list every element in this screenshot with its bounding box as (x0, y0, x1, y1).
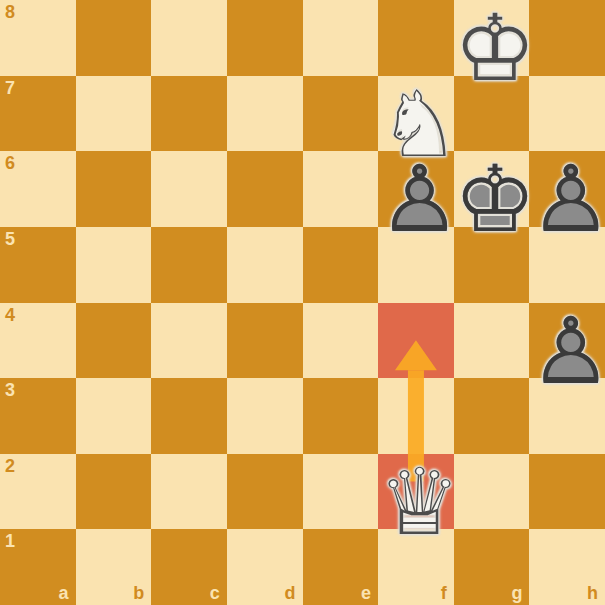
file-label-c: c (210, 584, 220, 602)
square-b4[interactable] (76, 303, 152, 379)
square-g6[interactable]: ♚♔ (454, 151, 530, 227)
square-a3[interactable]: 3 (0, 378, 76, 454)
square-a8[interactable]: 8 (0, 0, 76, 76)
square-b1[interactable]: b (76, 529, 152, 605)
square-d3[interactable] (227, 378, 303, 454)
square-g8[interactable]: ♚♔ (454, 0, 530, 76)
square-c8[interactable] (151, 0, 227, 76)
square-g7[interactable] (454, 76, 530, 152)
square-h7[interactable] (529, 76, 605, 152)
square-a6[interactable]: 6 (0, 151, 76, 227)
board-squares: 8♚♔7♞♘6♟♙♚♔♟♙54♟♙32♛♕1abcdefgh (0, 0, 605, 605)
piece-white-queen-f2[interactable]: ♛♕ (378, 454, 454, 530)
square-f6[interactable]: ♟♙ (378, 151, 454, 227)
square-e6[interactable] (303, 151, 379, 227)
piece-white-knight-f7[interactable]: ♞♘ (378, 76, 454, 152)
square-d5[interactable] (227, 227, 303, 303)
square-e1[interactable]: e (303, 529, 379, 605)
square-f5[interactable] (378, 227, 454, 303)
square-b3[interactable] (76, 378, 152, 454)
square-h2[interactable] (529, 454, 605, 530)
square-g1[interactable]: g (454, 529, 530, 605)
square-c3[interactable] (151, 378, 227, 454)
square-d4[interactable] (227, 303, 303, 379)
square-a2[interactable]: 2 (0, 454, 76, 530)
square-e5[interactable] (303, 227, 379, 303)
square-c4[interactable] (151, 303, 227, 379)
square-b6[interactable] (76, 151, 152, 227)
rank-label-8: 8 (5, 3, 15, 21)
square-d1[interactable]: d (227, 529, 303, 605)
rank-label-7: 7 (5, 79, 15, 97)
square-e4[interactable] (303, 303, 379, 379)
square-d7[interactable] (227, 76, 303, 152)
rank-label-4: 4 (5, 306, 15, 324)
piece-black-pawn-f6[interactable]: ♟♙ (378, 151, 454, 227)
square-f1[interactable]: f (378, 529, 454, 605)
square-b2[interactable] (76, 454, 152, 530)
square-b7[interactable] (76, 76, 152, 152)
rank-label-1: 1 (5, 532, 15, 550)
file-label-f: f (441, 584, 447, 602)
piece-black-king-g6[interactable]: ♚♔ (454, 151, 530, 227)
rank-label-3: 3 (5, 381, 15, 399)
file-label-g: g (511, 584, 522, 602)
square-a5[interactable]: 5 (0, 227, 76, 303)
file-label-e: e (361, 584, 371, 602)
square-f7[interactable]: ♞♘ (378, 76, 454, 152)
file-label-h: h (587, 584, 598, 602)
square-g2[interactable] (454, 454, 530, 530)
chess-board: 8♚♔7♞♘6♟♙♚♔♟♙54♟♙32♛♕1abcdefgh (0, 0, 605, 605)
square-h8[interactable] (529, 0, 605, 76)
square-g5[interactable] (454, 227, 530, 303)
square-a1[interactable]: 1a (0, 529, 76, 605)
square-c6[interactable] (151, 151, 227, 227)
piece-white-king-g8[interactable]: ♚♔ (454, 0, 530, 76)
square-h4[interactable]: ♟♙ (529, 303, 605, 379)
square-c1[interactable]: c (151, 529, 227, 605)
square-f3[interactable] (378, 378, 454, 454)
square-d2[interactable] (227, 454, 303, 530)
file-label-a: a (59, 584, 69, 602)
square-c5[interactable] (151, 227, 227, 303)
square-d6[interactable] (227, 151, 303, 227)
square-h5[interactable] (529, 227, 605, 303)
square-c7[interactable] (151, 76, 227, 152)
square-e2[interactable] (303, 454, 379, 530)
square-e7[interactable] (303, 76, 379, 152)
file-label-d: d (285, 584, 296, 602)
square-g3[interactable] (454, 378, 530, 454)
square-b5[interactable] (76, 227, 152, 303)
square-g4[interactable] (454, 303, 530, 379)
square-f4[interactable] (378, 303, 454, 379)
piece-black-pawn-h6[interactable]: ♟♙ (529, 151, 605, 227)
rank-label-5: 5 (5, 230, 15, 248)
square-e8[interactable] (303, 0, 379, 76)
square-d8[interactable] (227, 0, 303, 76)
square-f2[interactable]: ♛♕ (378, 454, 454, 530)
square-a7[interactable]: 7 (0, 76, 76, 152)
square-b8[interactable] (76, 0, 152, 76)
square-h6[interactable]: ♟♙ (529, 151, 605, 227)
rank-label-2: 2 (5, 457, 15, 475)
square-a4[interactable]: 4 (0, 303, 76, 379)
square-f8[interactable] (378, 0, 454, 76)
square-h3[interactable] (529, 378, 605, 454)
file-label-b: b (133, 584, 144, 602)
square-h1[interactable]: h (529, 529, 605, 605)
square-c2[interactable] (151, 454, 227, 530)
piece-black-pawn-h4[interactable]: ♟♙ (529, 303, 605, 379)
square-e3[interactable] (303, 378, 379, 454)
rank-label-6: 6 (5, 154, 15, 172)
